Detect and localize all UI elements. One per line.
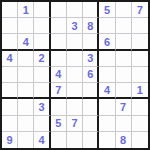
sudoku-cell-r8c6-empty[interactable] <box>83 116 99 132</box>
sudoku-cell-r6c3-empty[interactable] <box>34 83 50 99</box>
sudoku-cell-r6c4-given: 7 <box>51 83 67 99</box>
sudoku-cell-r9c5-empty[interactable] <box>67 132 83 148</box>
sudoku-cell-r2c7-empty[interactable] <box>99 18 115 34</box>
sudoku-cell-r4c4-empty[interactable] <box>51 51 67 67</box>
sudoku-cell-r8c4-given: 5 <box>51 116 67 132</box>
sudoku-cell-r9c3-given: 4 <box>34 132 50 148</box>
sudoku-cell-r9c9-empty[interactable] <box>132 132 148 148</box>
sudoku-cell-r4c3-given: 2 <box>34 51 50 67</box>
sudoku-cell-r9c6-empty[interactable] <box>83 132 99 148</box>
sudoku-cell-r5c3-empty[interactable] <box>34 67 50 83</box>
sudoku-cell-r2c5-given: 3 <box>67 18 83 34</box>
sudoku-cell-r7c2-empty[interactable] <box>18 99 34 115</box>
sudoku-cell-r8c9-empty[interactable] <box>132 116 148 132</box>
sudoku-cell-r6c5-empty[interactable] <box>67 83 83 99</box>
sudoku-cell-r1c6-empty[interactable] <box>83 2 99 18</box>
sudoku-cell-r1c2-given: 1 <box>18 2 34 18</box>
sudoku-cell-r5c7-empty[interactable] <box>99 67 115 83</box>
sudoku-cell-r1c8-empty[interactable] <box>116 2 132 18</box>
sudoku-cell-r8c7-empty[interactable] <box>99 116 115 132</box>
sudoku-cell-r1c5-empty[interactable] <box>67 2 83 18</box>
sudoku-cell-r7c9-empty[interactable] <box>132 99 148 115</box>
sudoku-cell-r8c2-empty[interactable] <box>18 116 34 132</box>
sudoku-cell-r1c3-empty[interactable] <box>34 2 50 18</box>
sudoku-cell-r7c4-empty[interactable] <box>51 99 67 115</box>
sudoku-cell-r2c1-empty[interactable] <box>2 18 18 34</box>
sudoku-cell-r6c2-empty[interactable] <box>18 83 34 99</box>
sudoku-cell-r2c2-empty[interactable] <box>18 18 34 34</box>
sudoku-cell-r9c1-given: 9 <box>2 132 18 148</box>
sudoku-cell-r6c1-empty[interactable] <box>2 83 18 99</box>
sudoku-cell-r3c2-given: 4 <box>18 34 34 50</box>
sudoku-board: 1573846423467413757948 <box>0 0 150 150</box>
sudoku-cell-r7c3-given: 3 <box>34 99 50 115</box>
sudoku-cell-r4c5-empty[interactable] <box>67 51 83 67</box>
sudoku-cell-r1c1-empty[interactable] <box>2 2 18 18</box>
sudoku-cell-r4c8-empty[interactable] <box>116 51 132 67</box>
sudoku-cell-r4c1-given: 4 <box>2 51 18 67</box>
sudoku-cell-r9c2-empty[interactable] <box>18 132 34 148</box>
sudoku-cell-r9c4-empty[interactable] <box>51 132 67 148</box>
sudoku-cell-r1c9-given: 7 <box>132 2 148 18</box>
sudoku-cell-r3c7-given: 6 <box>99 34 115 50</box>
sudoku-cell-r5c2-empty[interactable] <box>18 67 34 83</box>
sudoku-cell-r3c4-empty[interactable] <box>51 34 67 50</box>
sudoku-cell-r8c8-empty[interactable] <box>116 116 132 132</box>
sudoku-cell-r5c1-empty[interactable] <box>2 67 18 83</box>
sudoku-cell-r3c1-empty[interactable] <box>2 34 18 50</box>
sudoku-cell-r4c2-empty[interactable] <box>18 51 34 67</box>
sudoku-cell-r1c4-empty[interactable] <box>51 2 67 18</box>
sudoku-cell-r3c8-empty[interactable] <box>116 34 132 50</box>
sudoku-cell-r6c8-empty[interactable] <box>116 83 132 99</box>
sudoku-cell-r5c8-empty[interactable] <box>116 67 132 83</box>
sudoku-cell-r2c9-empty[interactable] <box>132 18 148 34</box>
sudoku-cell-r2c8-empty[interactable] <box>116 18 132 34</box>
sudoku-cell-r1c7-given: 5 <box>99 2 115 18</box>
sudoku-cell-r8c3-empty[interactable] <box>34 116 50 132</box>
sudoku-cell-r3c9-empty[interactable] <box>132 34 148 50</box>
sudoku-cell-r7c7-empty[interactable] <box>99 99 115 115</box>
sudoku-cell-r5c6-given: 6 <box>83 67 99 83</box>
sudoku-cell-r3c5-empty[interactable] <box>67 34 83 50</box>
sudoku-cell-r6c9-given: 1 <box>132 83 148 99</box>
sudoku-cell-r9c8-given: 8 <box>116 132 132 148</box>
sudoku-cell-r4c9-empty[interactable] <box>132 51 148 67</box>
sudoku-cell-r7c5-empty[interactable] <box>67 99 83 115</box>
sudoku-cell-r5c9-empty[interactable] <box>132 67 148 83</box>
sudoku-cell-r9c7-empty[interactable] <box>99 132 115 148</box>
sudoku-cell-r2c3-empty[interactable] <box>34 18 50 34</box>
sudoku-cell-r3c6-empty[interactable] <box>83 34 99 50</box>
sudoku-cell-r4c6-given: 3 <box>83 51 99 67</box>
sudoku-cell-r8c1-empty[interactable] <box>2 116 18 132</box>
sudoku-cell-r6c7-given: 4 <box>99 83 115 99</box>
sudoku-cell-r7c1-empty[interactable] <box>2 99 18 115</box>
sudoku-cell-r7c6-empty[interactable] <box>83 99 99 115</box>
sudoku-cell-r2c4-empty[interactable] <box>51 18 67 34</box>
sudoku-cell-r2c6-given: 8 <box>83 18 99 34</box>
sudoku-cell-r8c5-given: 7 <box>67 116 83 132</box>
sudoku-cell-r3c3-empty[interactable] <box>34 34 50 50</box>
sudoku-cell-r5c4-given: 4 <box>51 67 67 83</box>
sudoku-cell-r6c6-empty[interactable] <box>83 83 99 99</box>
sudoku-cell-r4c7-empty[interactable] <box>99 51 115 67</box>
sudoku-cell-r5c5-empty[interactable] <box>67 67 83 83</box>
sudoku-cell-r7c8-given: 7 <box>116 99 132 115</box>
